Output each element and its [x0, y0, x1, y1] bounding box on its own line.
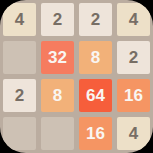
tile-4-r3c3: 4 [117, 117, 150, 150]
tile-2-r1c3: 2 [117, 41, 150, 74]
tile-64-r2c2: 64 [79, 79, 112, 112]
2048-app-icon: 42243282286416164 [0, 0, 153, 153]
empty-cell-r3c0 [3, 117, 36, 150]
tile-8-r1c2: 8 [79, 41, 112, 74]
tile-2-r2c0: 2 [3, 79, 36, 112]
2048-board[interactable]: 42243282286416164 [0, 0, 153, 153]
tile-32-r1c1: 32 [41, 41, 74, 74]
tile-4-r0c0: 4 [3, 3, 36, 36]
tile-4-r0c3: 4 [117, 3, 150, 36]
tile-8-r2c1: 8 [41, 79, 74, 112]
empty-cell-r1c0 [3, 41, 36, 74]
tile-16-r2c3: 16 [117, 79, 150, 112]
tile-2-r0c2: 2 [79, 3, 112, 36]
tile-2-r0c1: 2 [41, 3, 74, 36]
empty-cell-r3c1 [41, 117, 74, 150]
tile-16-r3c2: 16 [79, 117, 112, 150]
